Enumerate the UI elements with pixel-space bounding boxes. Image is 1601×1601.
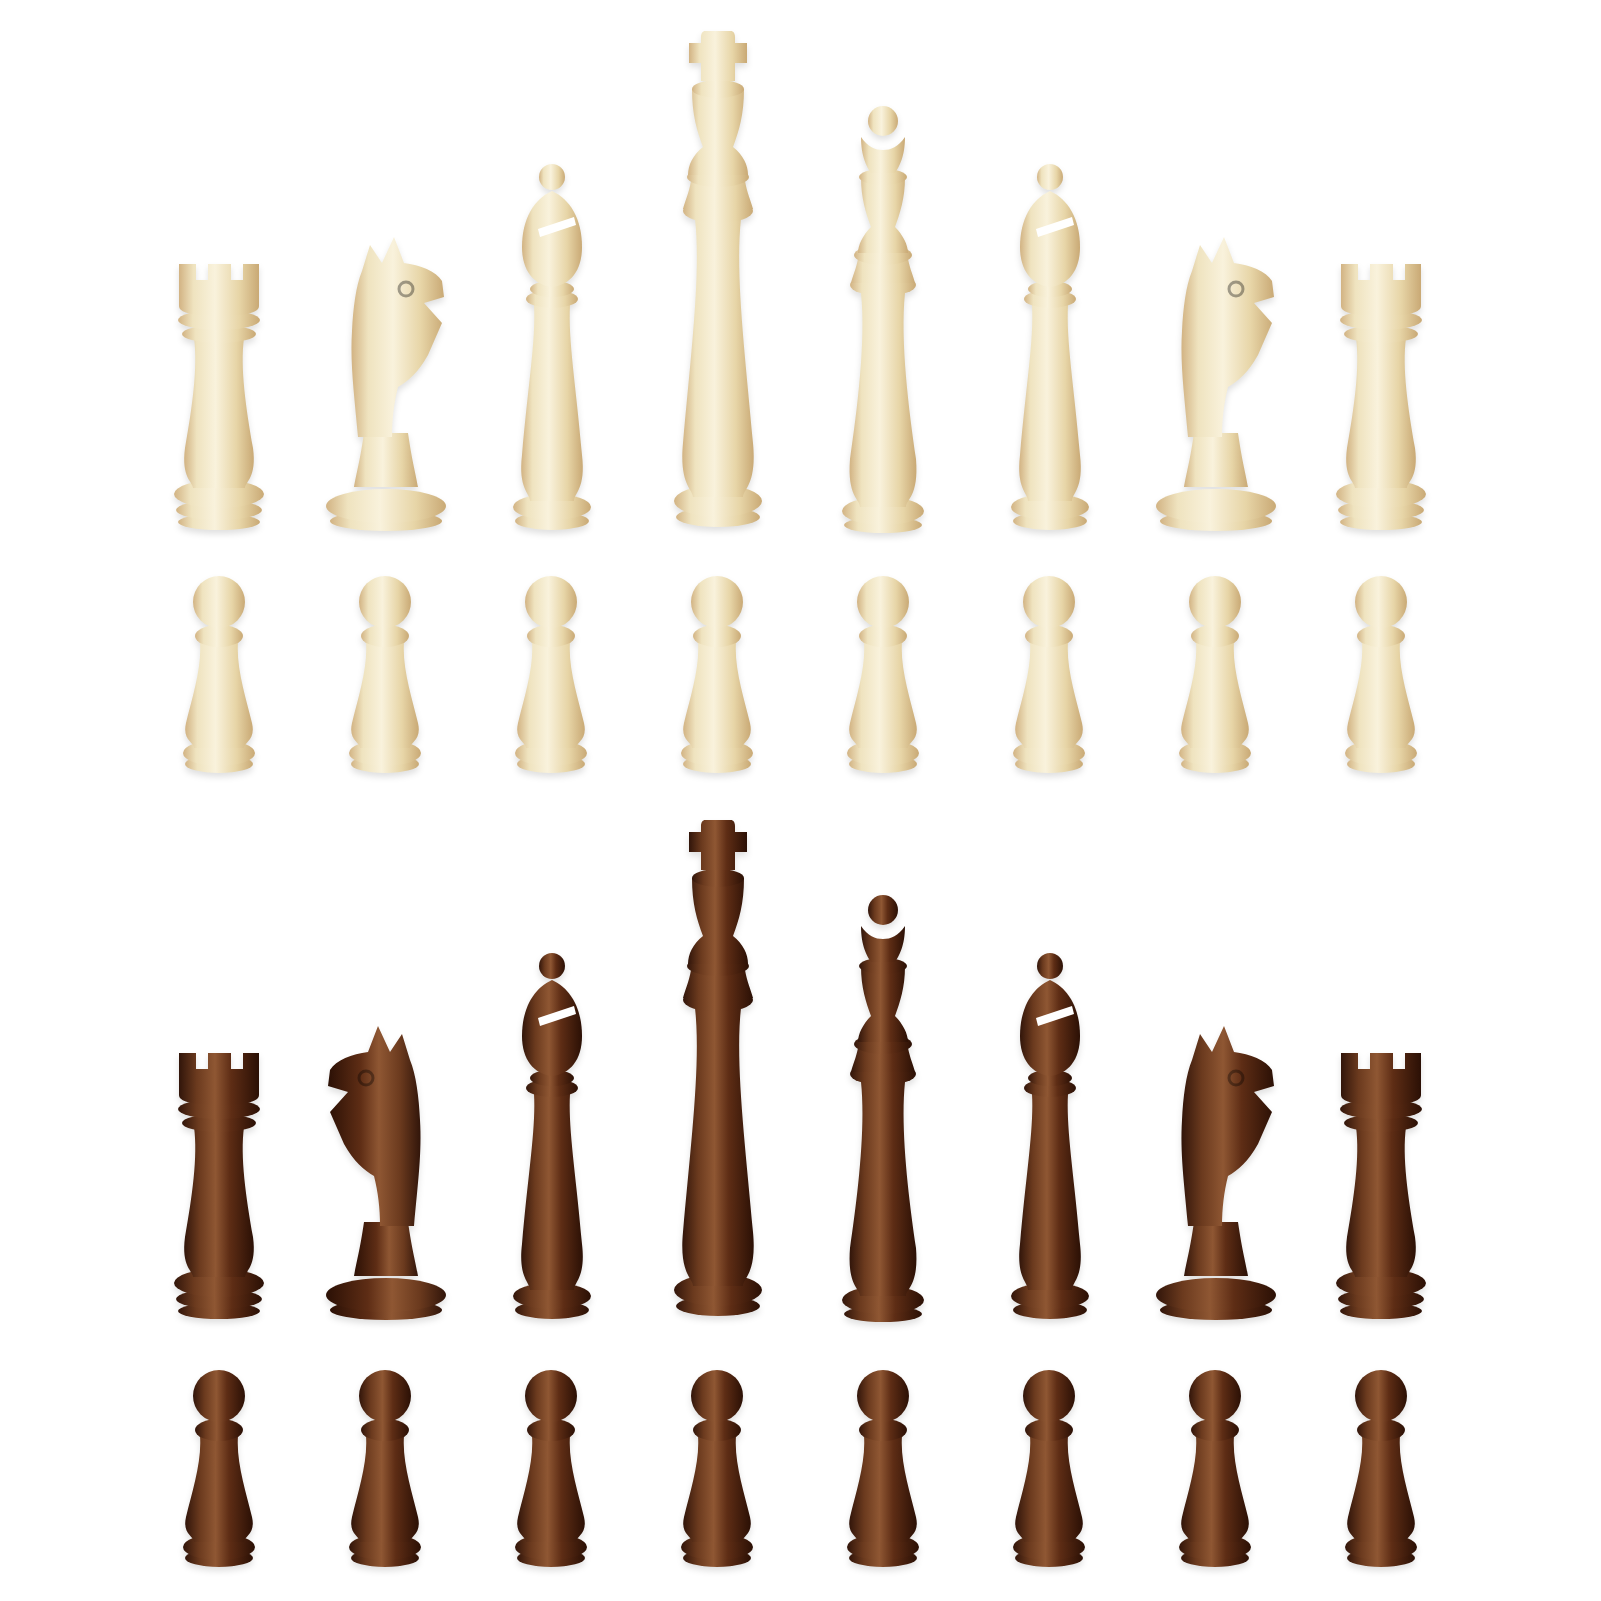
white-pawn-piece (992, 568, 1107, 778)
piece-cell (801, 568, 967, 778)
white-knight-piece (306, 223, 466, 533)
black-pawn-piece (1158, 1362, 1273, 1572)
black-king-piece (643, 812, 793, 1322)
white-pawn-piece (826, 568, 941, 778)
white-bishop-piece (482, 155, 622, 533)
piece-cell (1133, 568, 1299, 778)
piece-cell (801, 101, 967, 533)
black-knight-piece (1136, 1012, 1296, 1322)
piece-cell (303, 1012, 469, 1322)
white-queen-piece (811, 101, 956, 533)
white-pawn-piece (1158, 568, 1273, 778)
piece-cell (469, 1362, 635, 1572)
piece-cell (1133, 223, 1299, 533)
piece-cell (137, 568, 303, 778)
white-pawn-row (0, 568, 1601, 778)
piece-cell (967, 944, 1133, 1322)
black-pawn-piece (826, 1362, 941, 1572)
black-pawn-piece (660, 1362, 775, 1572)
piece-cell (469, 568, 635, 778)
black-queen-piece (811, 890, 956, 1322)
white-bishop-piece (980, 155, 1120, 533)
piece-cell (967, 155, 1133, 533)
black-pawn-piece (992, 1362, 1107, 1572)
white-pawn-piece (494, 568, 609, 778)
piece-cell (1299, 1037, 1465, 1322)
white-rook-piece (152, 248, 287, 533)
black-pawn-piece (1324, 1362, 1439, 1572)
piece-cell (801, 890, 967, 1322)
piece-cell (303, 223, 469, 533)
piece-cell (469, 944, 635, 1322)
white-king-piece (643, 23, 793, 533)
piece-cell (469, 155, 635, 533)
white-pawn-piece (162, 568, 277, 778)
piece-cell (303, 1362, 469, 1572)
white-rook-piece (1314, 248, 1449, 533)
piece-cell (967, 1362, 1133, 1572)
white-knight-piece (1136, 223, 1296, 533)
piece-cell (801, 1362, 967, 1572)
black-pawn-piece (494, 1362, 609, 1572)
chess-set-photo (0, 0, 1601, 1601)
piece-cell (1133, 1362, 1299, 1572)
black-knight-piece (306, 1012, 466, 1322)
black-rook-piece (152, 1037, 287, 1322)
black-rook-piece (1314, 1037, 1449, 1322)
black-pawn-piece (328, 1362, 443, 1572)
piece-cell (967, 568, 1133, 778)
white-pawn-piece (1324, 568, 1439, 778)
black-bishop-piece (980, 944, 1120, 1322)
piece-cell (1133, 1012, 1299, 1322)
piece-cell (635, 812, 801, 1322)
black-bishop-piece (482, 944, 622, 1322)
white-pawn-piece (660, 568, 775, 778)
piece-cell (635, 568, 801, 778)
piece-cell (1299, 248, 1465, 533)
piece-cell (137, 1037, 303, 1322)
white-major-row (0, 23, 1601, 533)
piece-cell (1299, 568, 1465, 778)
piece-cell (635, 1362, 801, 1572)
piece-cell (1299, 1362, 1465, 1572)
piece-cell (137, 1362, 303, 1572)
piece-cell (303, 568, 469, 778)
black-major-row (0, 812, 1601, 1322)
black-pawn-row (0, 1362, 1601, 1572)
piece-cell (137, 248, 303, 533)
piece-cell (635, 23, 801, 533)
black-pawn-piece (162, 1362, 277, 1572)
white-pawn-piece (328, 568, 443, 778)
